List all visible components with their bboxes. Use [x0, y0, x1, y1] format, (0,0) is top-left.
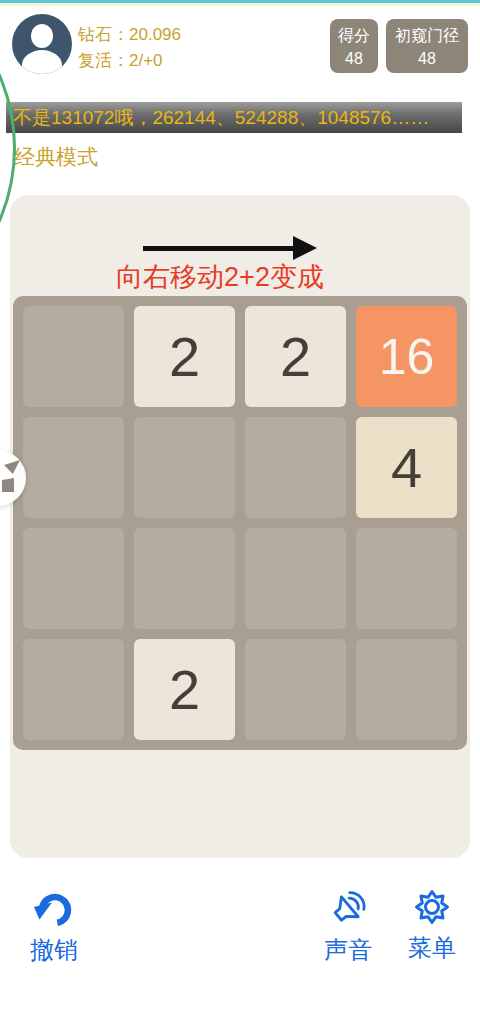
tile-2: 2	[134, 639, 235, 740]
user-avatar[interactable]	[12, 14, 72, 74]
sound-label: 声音	[320, 934, 376, 966]
gear-icon	[409, 884, 455, 930]
mode-title: 经典模式	[14, 143, 98, 171]
game-panel: 向右移动2+2变成4 221642	[10, 195, 470, 858]
tile-2: 2	[245, 306, 346, 407]
rank-label: 初窥门径	[386, 24, 468, 47]
right-arrow-icon-head	[293, 236, 317, 260]
rank-value: 48	[386, 47, 468, 70]
board-cell	[245, 528, 346, 629]
user-stats: 钻石：20.096 复活：2/+0	[78, 22, 181, 74]
board-cell	[134, 417, 235, 518]
board-cell	[356, 639, 457, 740]
notice-text: 不是131072哦，262144、524288、1048576……	[13, 107, 429, 128]
board-cell	[134, 528, 235, 629]
helper-icon	[4, 460, 20, 474]
top-strip-secondary	[0, 3, 480, 6]
tile-2: 2	[134, 306, 235, 407]
menu-button[interactable]: 菜单	[404, 884, 460, 964]
right-arrow-icon	[143, 246, 295, 251]
score-label: 得分	[330, 24, 378, 47]
board-grid[interactable]: 221642	[13, 296, 467, 750]
board-cell	[23, 417, 124, 518]
helper-icon-part	[2, 478, 14, 492]
sound-icon	[324, 884, 372, 932]
board-cell	[23, 639, 124, 740]
notice-marquee: 不是131072哦，262144、524288、1048576……	[6, 102, 462, 133]
board-cell	[23, 528, 124, 629]
undo-icon	[31, 886, 77, 932]
board-cell: 4	[356, 417, 457, 518]
board-cell: 16	[356, 306, 457, 407]
board-cell: 2	[245, 306, 346, 407]
undo-button[interactable]: 撤销	[26, 886, 82, 966]
board-cell: 2	[134, 639, 235, 740]
score-badge[interactable]: 得分 48	[330, 19, 378, 73]
menu-label: 菜单	[404, 932, 460, 964]
board-cell: 2	[134, 306, 235, 407]
app-screen: 钻石：20.096 复活：2/+0 得分 48 初窥门径 48 不是131072…	[0, 0, 480, 1018]
tile-16: 16	[356, 306, 457, 407]
avatar-person-icon	[31, 24, 53, 48]
tile-4: 4	[356, 417, 457, 518]
score-value: 48	[330, 47, 378, 70]
board-cell	[23, 306, 124, 407]
undo-label: 撤销	[26, 934, 82, 966]
avatar-person-icon-body	[22, 50, 62, 74]
revive-count: 复活：2/+0	[78, 48, 181, 74]
board-cell	[356, 528, 457, 629]
sound-button[interactable]: 声音	[320, 884, 376, 966]
rank-badge[interactable]: 初窥门径 48	[386, 19, 468, 73]
board-cell	[245, 417, 346, 518]
diamond-count: 钻石：20.096	[78, 22, 181, 48]
board-cell	[245, 639, 346, 740]
